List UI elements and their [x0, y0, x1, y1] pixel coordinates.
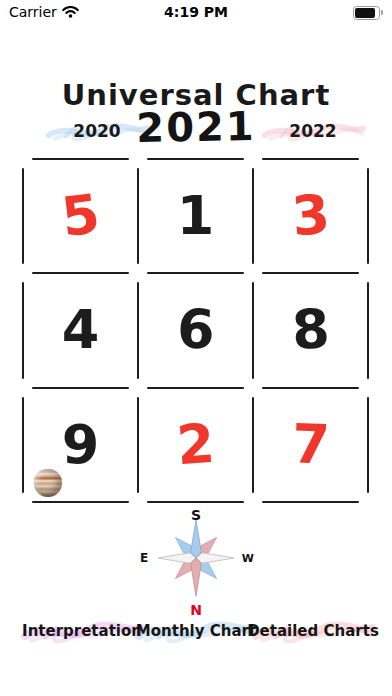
monthly-chart-label: Monthly Chart	[130, 612, 262, 650]
compass: S E W N	[136, 507, 256, 609]
footer-nav: Interpretation Monthly Chart Detailed Ch…	[0, 612, 392, 652]
cell-number: 6	[176, 303, 215, 358]
cell-number: 9	[62, 418, 100, 472]
cell-number: 3	[289, 188, 331, 245]
monthly-chart-button[interactable]: Monthly Chart	[130, 612, 262, 650]
grid-cell-r2c1: 4	[23, 273, 138, 387]
compass-west-label: W	[242, 552, 254, 565]
jupiter-icon	[34, 469, 62, 497]
lo-shu-grid: 5 1 3 4 6 8 9 2 7	[23, 159, 368, 502]
grid-cell-r2c2: 6	[138, 273, 253, 387]
grid-cell-r1c1: 5	[23, 159, 138, 273]
year-next-button[interactable]: 2022	[258, 118, 368, 144]
cell-number: 7	[291, 417, 330, 472]
grid-cell-r3c3: 7	[253, 388, 368, 502]
compass-rose-icon	[158, 520, 234, 596]
interpretation-label: Interpretation	[16, 612, 148, 650]
grid-cell-r1c3: 3	[253, 159, 368, 273]
grid-cell-r2c3: 8	[253, 273, 368, 387]
year-next-label: 2022	[289, 121, 336, 141]
grid-cell-r1c2: 1	[138, 159, 253, 273]
battery-icon	[353, 6, 380, 20]
detailed-charts-button[interactable]: Detailed Charts	[247, 612, 379, 650]
cell-number: 4	[62, 303, 100, 357]
interpretation-button[interactable]: Interpretation	[16, 612, 148, 650]
grid-cell-r3c1: 9	[23, 388, 138, 502]
cell-number: 2	[175, 417, 216, 473]
clock: 4:19 PM	[0, 4, 392, 20]
compass-east-label: E	[140, 551, 148, 565]
cell-number: 8	[290, 303, 330, 359]
cell-number: 5	[59, 187, 103, 245]
detailed-charts-label: Detailed Charts	[247, 612, 379, 650]
year-selector-row: 2020 2021 2022	[0, 108, 392, 152]
grid-cell-r3c2: 2	[138, 388, 253, 502]
status-bar: Carrier 4:19 PM	[0, 0, 392, 22]
cell-number: 1	[177, 189, 215, 243]
